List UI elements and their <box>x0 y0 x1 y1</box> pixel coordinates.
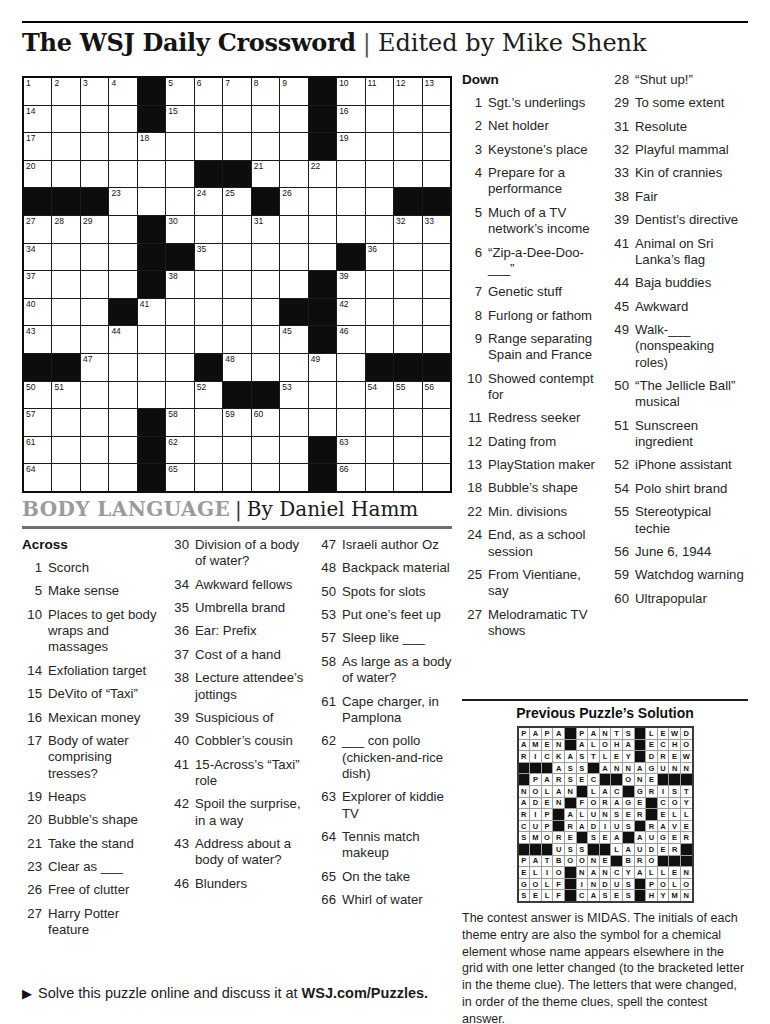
solution-note: The contest answer is MIDAS. The initial… <box>462 910 748 1024</box>
grid-cell[interactable]: 18 <box>138 133 165 160</box>
solution-cell: E <box>646 774 657 785</box>
grid-cell[interactable] <box>109 216 136 243</box>
grid-cell[interactable]: 1 <box>24 78 51 105</box>
grid-cell[interactable] <box>81 299 108 326</box>
grid-cell-black <box>309 299 336 326</box>
clue-number: 44 <box>609 275 635 291</box>
grid-cell[interactable] <box>52 299 79 326</box>
grid-cell[interactable]: 7 <box>223 78 250 105</box>
grid-cell[interactable] <box>366 106 393 133</box>
grid-cell[interactable] <box>52 326 79 353</box>
grid-cell-number: 11 <box>368 79 377 88</box>
solution-cell: E <box>669 867 680 878</box>
grid-cell[interactable] <box>109 244 136 271</box>
solution-cell: H <box>646 890 657 901</box>
grid-cell[interactable]: 54 <box>366 382 393 409</box>
grid-cell[interactable]: 57 <box>24 409 51 436</box>
grid-cell[interactable] <box>223 464 250 491</box>
footer-link[interactable]: WSJ.com/Puzzles. <box>302 985 429 1001</box>
grid-cell[interactable] <box>223 299 250 326</box>
grid-cell[interactable]: 59 <box>223 409 250 436</box>
solution-cell: S <box>588 832 599 843</box>
grid-cell[interactable] <box>423 299 450 326</box>
grid-cell[interactable]: 22 <box>309 161 336 188</box>
grid-cell[interactable]: 61 <box>24 437 51 464</box>
grid-cell[interactable] <box>109 271 136 298</box>
grid-cell[interactable] <box>223 437 250 464</box>
grid-cell[interactable]: 49 <box>309 354 336 381</box>
solution-cell: P <box>542 809 553 820</box>
clue-text: ___ con pollo (chicken-and-rice dish) <box>342 733 452 782</box>
grid-cell[interactable]: 27 <box>24 216 51 243</box>
grid-cell[interactable]: 32 <box>394 216 421 243</box>
clue-across-40: 40Cobbler’s cousin <box>169 733 305 749</box>
grid-cell[interactable] <box>309 188 336 215</box>
grid-cell[interactable] <box>252 437 279 464</box>
grid-cell[interactable] <box>138 354 165 381</box>
grid-cell-number: 46 <box>339 327 348 336</box>
solution-cell: E <box>669 751 680 762</box>
grid-cell[interactable] <box>423 161 450 188</box>
clue-across-41: 4115-Across’s “Taxi” role <box>169 757 305 790</box>
grid-cell[interactable]: 55 <box>394 382 421 409</box>
grid-cell[interactable]: 44 <box>109 326 136 353</box>
grid-cell[interactable] <box>337 409 364 436</box>
grid-cell-number: 20 <box>26 162 35 171</box>
clue-down-29: 29To some extent <box>609 95 747 111</box>
grid-cell[interactable]: 12 <box>394 78 421 105</box>
grid-cell[interactable] <box>423 326 450 353</box>
solution-cell: L <box>600 751 611 762</box>
grid-cell[interactable]: 66 <box>337 464 364 491</box>
clue-number: 24 <box>462 527 488 560</box>
grid-cell[interactable] <box>138 326 165 353</box>
grid-cell[interactable] <box>195 216 222 243</box>
grid-cell[interactable] <box>337 382 364 409</box>
grid-cell-black <box>195 354 222 381</box>
solution-cell: G <box>623 798 634 809</box>
grid-cell-number: 16 <box>339 107 348 116</box>
grid-cell[interactable]: 23 <box>109 188 136 215</box>
grid-cell[interactable] <box>337 161 364 188</box>
grid-cell[interactable] <box>280 106 307 133</box>
grid-cell[interactable] <box>309 216 336 243</box>
grid-cell[interactable] <box>280 161 307 188</box>
grid-cell[interactable]: 11 <box>366 78 393 105</box>
grid-cell[interactable] <box>223 244 250 271</box>
clue-number: 55 <box>609 504 635 537</box>
grid-cell[interactable] <box>280 409 307 436</box>
grid-cell[interactable] <box>52 464 79 491</box>
grid-cell[interactable] <box>280 464 307 491</box>
clue-across-42: 42Spoil the surprise, in a way <box>169 796 305 829</box>
grid-cell[interactable] <box>109 409 136 436</box>
grid-cell[interactable]: 53 <box>280 382 307 409</box>
grid-cell[interactable]: 46 <box>337 326 364 353</box>
grid-cell[interactable] <box>109 354 136 381</box>
grid-cell-number: 2 <box>54 79 59 88</box>
grid-cell[interactable] <box>366 437 393 464</box>
grid-cell[interactable]: 10 <box>337 78 364 105</box>
grid-cell[interactable]: 62 <box>166 437 193 464</box>
grid-cell[interactable]: 42 <box>337 299 364 326</box>
clue-text: Bubble’s shape <box>48 812 158 828</box>
top-rule <box>22 21 748 23</box>
grid-cell[interactable]: 45 <box>280 326 307 353</box>
grid-cell[interactable] <box>366 216 393 243</box>
solution-cell: E <box>658 809 669 820</box>
clue-number: 33 <box>609 165 635 181</box>
grid-cell[interactable]: 28 <box>52 216 79 243</box>
grid-cell[interactable] <box>309 409 336 436</box>
solution-cell: S <box>519 832 530 843</box>
grid-cell[interactable] <box>423 437 450 464</box>
clue-number: 39 <box>169 710 195 726</box>
solution-cell: K <box>553 751 564 762</box>
grid-cell[interactable] <box>366 161 393 188</box>
grid-cell[interactable]: 52 <box>195 382 222 409</box>
grid-cell[interactable] <box>166 188 193 215</box>
grid-cell[interactable] <box>394 106 421 133</box>
solution-cell-black <box>542 844 553 855</box>
clue-across-16: 16Mexican money <box>22 710 158 726</box>
clue-text: End, as a school session <box>488 527 600 560</box>
solution-cell: E <box>530 890 541 901</box>
grid-cell[interactable]: 21 <box>252 161 279 188</box>
grid-cell[interactable]: 37 <box>24 271 51 298</box>
grid-cell-number: 33 <box>425 217 434 226</box>
solution-cell: A <box>577 740 588 751</box>
grid-cell[interactable] <box>337 216 364 243</box>
grid-cell[interactable]: 65 <box>166 464 193 491</box>
grid-cell[interactable] <box>223 133 250 160</box>
grid-cell[interactable]: 47 <box>81 354 108 381</box>
grid-cell[interactable] <box>109 106 136 133</box>
grid-cell-number: 12 <box>396 79 405 88</box>
grid-cell[interactable] <box>280 133 307 160</box>
clue-text: Melodramatic TV shows <box>488 607 600 640</box>
clue-text: Sleep like ___ <box>342 630 452 646</box>
grid-cell-black <box>138 271 165 298</box>
grid-cell[interactable] <box>280 437 307 464</box>
solution-cell: F <box>553 879 564 890</box>
clue-down-60: 60Ultrapopular <box>609 591 747 607</box>
grid-cell[interactable]: 30 <box>166 216 193 243</box>
solution-cell: N <box>553 798 564 809</box>
grid-cell[interactable] <box>366 271 393 298</box>
grid-cell[interactable]: 58 <box>166 409 193 436</box>
grid-cell[interactable] <box>195 299 222 326</box>
grid-cell[interactable]: 38 <box>166 271 193 298</box>
grid-cell[interactable] <box>423 244 450 271</box>
clue-down-24: 24End, as a school session <box>462 527 600 560</box>
grid-cell[interactable] <box>223 271 250 298</box>
grid-cell[interactable]: 4 <box>109 78 136 105</box>
grid-cell[interactable] <box>366 326 393 353</box>
grid-cell[interactable] <box>423 464 450 491</box>
solution-cell: O <box>588 798 599 809</box>
grid-cell[interactable] <box>52 161 79 188</box>
grid-cell[interactable] <box>81 382 108 409</box>
clue-down-51: 51Sunscreen ingredient <box>609 418 747 451</box>
grid-cell[interactable] <box>166 326 193 353</box>
solution-cell: A <box>611 798 622 809</box>
solution-cell: U <box>611 879 622 890</box>
clue-text: On the take <box>342 869 452 885</box>
grid-cell[interactable]: 5 <box>166 78 193 105</box>
grid-cell-number: 26 <box>282 189 291 198</box>
grid-cell[interactable] <box>423 106 450 133</box>
solution-cell-black <box>600 844 611 855</box>
clue-number: 53 <box>316 607 342 623</box>
grid-cell[interactable]: 33 <box>423 216 450 243</box>
grid-cell-number: 25 <box>225 189 234 198</box>
solution-cell: A <box>588 728 599 739</box>
grid-cell[interactable] <box>366 464 393 491</box>
grid-cell[interactable] <box>195 106 222 133</box>
clue-down-8: 8Furlong or fathom <box>462 308 600 324</box>
grid-cell[interactable]: 14 <box>24 106 51 133</box>
grid-cell[interactable] <box>394 244 421 271</box>
grid-cell[interactable]: 9 <box>280 78 307 105</box>
down-column-2: 28“Shut up!”29To some extent31Resolute32… <box>609 72 747 646</box>
clue-across-58: 58As large as a body of water? <box>316 654 452 687</box>
grid-cell[interactable]: 63 <box>337 437 364 464</box>
solution-cell: S <box>669 786 680 797</box>
grid-cell[interactable]: 48 <box>223 354 250 381</box>
grid-cell[interactable] <box>280 271 307 298</box>
grid-cell[interactable] <box>366 299 393 326</box>
grid-cell[interactable]: 64 <box>24 464 51 491</box>
clue-text: iPhone assistant <box>635 457 747 473</box>
grid-cell[interactable] <box>166 161 193 188</box>
grid-cell[interactable] <box>166 299 193 326</box>
grid-cell[interactable] <box>81 464 108 491</box>
grid-cell[interactable] <box>52 271 79 298</box>
grid-cell[interactable] <box>394 464 421 491</box>
solution-cell: E <box>577 774 588 785</box>
grid-cell[interactable] <box>52 437 79 464</box>
grid-cell[interactable] <box>52 106 79 133</box>
solution-cell: G <box>519 879 530 890</box>
grid-cell[interactable] <box>394 437 421 464</box>
grid-cell[interactable] <box>109 382 136 409</box>
grid-cell[interactable] <box>195 271 222 298</box>
grid-cell[interactable] <box>252 271 279 298</box>
grid-cell[interactable] <box>109 133 136 160</box>
clue-text: “Zip-a-Dee-Doo-___” <box>488 245 600 278</box>
grid-cell[interactable] <box>309 382 336 409</box>
grid-cell[interactable] <box>394 271 421 298</box>
grid-cell[interactable] <box>366 133 393 160</box>
grid-cell[interactable] <box>423 133 450 160</box>
solution-cell-black <box>623 786 634 797</box>
grid-cell[interactable] <box>138 188 165 215</box>
grid-cell[interactable] <box>223 326 250 353</box>
solution-cell-black <box>658 774 669 785</box>
grid-cell[interactable] <box>394 299 421 326</box>
clue-text: Kin of crannies <box>635 165 747 181</box>
grid-cell[interactable] <box>81 271 108 298</box>
grid-cell[interactable] <box>252 133 279 160</box>
grid-cell[interactable]: 34 <box>24 244 51 271</box>
solution-cell: S <box>600 890 611 901</box>
clue-across-50: 50Spots for slots <box>316 584 452 600</box>
solution-cell: L <box>588 740 599 751</box>
grid-cell[interactable] <box>223 106 250 133</box>
solution-cell-black <box>577 786 588 797</box>
grid-cell[interactable] <box>252 106 279 133</box>
grid-cell-number: 15 <box>168 107 177 116</box>
grid-cell[interactable] <box>81 244 108 271</box>
clue-down-28: 28“Shut up!” <box>609 72 747 88</box>
grid-cell[interactable]: 8 <box>252 78 279 105</box>
clue-across-43: 43Address about a body of water? <box>169 836 305 869</box>
clue-number: 10 <box>462 371 488 404</box>
grid-cell[interactable]: 43 <box>24 326 51 353</box>
clue-across-26: 26Free of clutter <box>22 882 158 898</box>
grid-cell[interactable] <box>195 409 222 436</box>
grid-cell[interactable] <box>166 354 193 381</box>
clue-text: Genetic stuff <box>488 284 600 300</box>
grid-cell[interactable] <box>195 437 222 464</box>
grid-cell[interactable] <box>280 354 307 381</box>
grid-cell[interactable]: 41 <box>138 299 165 326</box>
clue-across-27: 27Harry Potter feature <box>22 906 158 939</box>
grid-cell[interactable] <box>366 188 393 215</box>
grid-cell[interactable] <box>81 437 108 464</box>
grid-cell[interactable] <box>52 133 79 160</box>
grid-cell[interactable] <box>195 326 222 353</box>
grid-cell[interactable]: 16 <box>337 106 364 133</box>
solution-cell-black <box>519 774 530 785</box>
grid-cell[interactable]: 60 <box>252 409 279 436</box>
grid-cell[interactable] <box>166 133 193 160</box>
grid-cell[interactable] <box>337 354 364 381</box>
grid-cell[interactable] <box>195 133 222 160</box>
clue-number: 63 <box>316 789 342 822</box>
clue-text: Fair <box>635 189 747 205</box>
grid-cell[interactable]: 20 <box>24 161 51 188</box>
grid-cell[interactable] <box>166 382 193 409</box>
grid-cell[interactable] <box>423 409 450 436</box>
solution-cell-black <box>530 763 541 774</box>
grid-cell[interactable] <box>81 409 108 436</box>
grid-cell[interactable] <box>109 161 136 188</box>
grid-cell[interactable]: 39 <box>337 271 364 298</box>
grid-cell[interactable] <box>81 133 108 160</box>
solution-cell: R <box>553 832 564 843</box>
grid-cell[interactable]: 2 <box>52 78 79 105</box>
grid-cell[interactable] <box>81 161 108 188</box>
grid-cell[interactable] <box>252 299 279 326</box>
grid-cell[interactable] <box>394 326 421 353</box>
grid-cell[interactable] <box>394 133 421 160</box>
clue-text: Keystone’s place <box>488 142 600 158</box>
grid-cell[interactable] <box>252 244 279 271</box>
grid-cell-black <box>280 299 307 326</box>
solution-cell: O <box>681 740 692 751</box>
clue-text: Explorer of kiddie TV <box>342 789 452 822</box>
grid-cell[interactable]: 35 <box>195 244 222 271</box>
solution-cell: A <box>635 832 646 843</box>
grid-cell[interactable]: 36 <box>366 244 393 271</box>
grid-cell-black <box>24 188 51 215</box>
clue-number: 12 <box>462 434 488 450</box>
grid-cell[interactable] <box>52 409 79 436</box>
clue-number: 31 <box>609 119 635 135</box>
grid-cell[interactable]: 31 <box>252 216 279 243</box>
grid-cell[interactable] <box>138 382 165 409</box>
solution-cell-black <box>646 798 657 809</box>
clue-down-33: 33Kin of crannies <box>609 165 747 181</box>
grid-cell[interactable]: 51 <box>52 382 79 409</box>
grid-cell[interactable]: 6 <box>195 78 222 105</box>
grid-cell[interactable] <box>423 271 450 298</box>
grid-cell[interactable] <box>223 216 250 243</box>
clue-text: Scorch <box>48 560 158 576</box>
grid-cell[interactable] <box>109 464 136 491</box>
grid-cell[interactable]: 26 <box>280 188 307 215</box>
solution-cell: C <box>588 774 599 785</box>
grid-cell[interactable]: 40 <box>24 299 51 326</box>
grid-cell[interactable] <box>195 464 222 491</box>
grid-cell[interactable]: 56 <box>423 382 450 409</box>
solution-cell: I <box>530 751 541 762</box>
grid-cell[interactable]: 29 <box>81 216 108 243</box>
grid-cell-number: 30 <box>168 217 177 226</box>
grid-cell[interactable] <box>52 244 79 271</box>
solution-cell: L <box>646 867 657 878</box>
grid-cell-number: 52 <box>197 383 206 392</box>
solution-cell: R <box>519 809 530 820</box>
clue-number: 45 <box>609 299 635 315</box>
grid-cell[interactable] <box>394 409 421 436</box>
grid-cell[interactable]: 3 <box>81 78 108 105</box>
grid-cell-number: 31 <box>254 217 263 226</box>
solution-cell: A <box>553 728 564 739</box>
grid-cell[interactable] <box>337 188 364 215</box>
grid-cell[interactable] <box>81 326 108 353</box>
grid-cell[interactable] <box>366 409 393 436</box>
grid-cell[interactable] <box>280 244 307 271</box>
solution-cell: A <box>530 728 541 739</box>
grid-cell-number: 61 <box>26 438 35 447</box>
clue-text: Sgt.’s underlings <box>488 95 600 111</box>
solution-cell: S <box>565 844 576 855</box>
grid-cell[interactable] <box>280 216 307 243</box>
clue-text: Cost of a hand <box>195 647 305 663</box>
grid-cell[interactable] <box>81 106 108 133</box>
grid-cell[interactable]: 19 <box>337 133 364 160</box>
grid-cell[interactable]: 24 <box>195 188 222 215</box>
grid-cell[interactable]: 15 <box>166 106 193 133</box>
grid-cell[interactable]: 25 <box>223 188 250 215</box>
grid-cell[interactable]: 17 <box>24 133 51 160</box>
grid-cell[interactable]: 13 <box>423 78 450 105</box>
grid-cell[interactable] <box>252 464 279 491</box>
solution-cell: L <box>669 879 680 890</box>
grid-cell[interactable] <box>252 326 279 353</box>
grid-cell[interactable] <box>309 244 336 271</box>
grid-cell[interactable] <box>109 437 136 464</box>
grid-cell[interactable] <box>138 161 165 188</box>
grid-cell[interactable] <box>394 161 421 188</box>
solution-cell: S <box>577 844 588 855</box>
solution-cell: O <box>623 774 634 785</box>
grid-cell[interactable] <box>252 354 279 381</box>
grid-cell[interactable]: 50 <box>24 382 51 409</box>
